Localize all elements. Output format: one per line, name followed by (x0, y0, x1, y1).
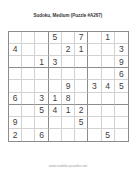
cell-r4c7 (88, 68, 101, 80)
cell-r9c6 (75, 129, 88, 141)
cell-r3c5 (62, 56, 75, 68)
cell-r1c8: 1 (102, 32, 115, 44)
cell-r9c8: 5 (102, 129, 115, 141)
cell-r7c8 (102, 105, 115, 117)
cell-r1c1 (9, 32, 22, 44)
cell-r6c6 (75, 93, 88, 105)
cell-r2c1: 4 (9, 44, 22, 56)
cell-r3c8 (102, 56, 115, 68)
cell-r4c9: 6 (115, 68, 128, 80)
cell-r5c6 (75, 80, 88, 92)
cell-r5c2 (22, 80, 35, 92)
cell-r2c8 (102, 44, 115, 56)
cell-r6c4: 1 (49, 93, 62, 105)
cell-r6c9 (115, 93, 128, 105)
cell-r9c3: 6 (35, 129, 48, 141)
cell-r1c5 (62, 32, 75, 44)
cell-r7c4: 4 (49, 105, 62, 117)
cell-r5c7: 3 (88, 80, 101, 92)
cell-r3c7 (88, 56, 101, 68)
cell-r2c9: 3 (115, 44, 128, 56)
cell-r1c2 (22, 32, 35, 44)
footer-url: www.sudoku-puzzles.net (0, 164, 136, 168)
cell-r3c6 (75, 56, 88, 68)
cell-r7c5: 1 (62, 105, 75, 117)
cell-r4c5 (62, 68, 75, 80)
cell-r6c8 (102, 93, 115, 105)
cell-r3c9: 9 (115, 56, 128, 68)
cell-r1c9 (115, 32, 128, 44)
cell-r4c3 (35, 68, 48, 80)
cell-r8c5 (62, 117, 75, 129)
cell-r7c9 (115, 105, 128, 117)
cell-r7c7 (88, 105, 101, 117)
cell-r8c2 (22, 117, 35, 129)
cell-r2c2 (22, 44, 35, 56)
cell-r7c6: 2 (75, 105, 88, 117)
cell-r1c4: 5 (49, 32, 62, 44)
cell-r8c6: 5 (75, 117, 88, 129)
cell-r2c5: 2 (62, 44, 75, 56)
cell-r9c4 (49, 129, 62, 141)
cell-r6c2 (22, 93, 35, 105)
cell-r5c5: 9 (62, 80, 75, 92)
cell-r3c4: 3 (49, 56, 62, 68)
cell-r1c6: 7 (75, 32, 88, 44)
cell-r1c3 (35, 32, 48, 44)
cell-r4c1 (9, 68, 22, 80)
cell-r6c7 (88, 93, 101, 105)
cell-r4c4 (49, 68, 62, 80)
cell-r8c7 (88, 117, 101, 129)
cell-r7c1 (9, 105, 22, 117)
cell-r5c3 (35, 80, 48, 92)
sudoku-board: 5714213139693456318541295265 (8, 31, 129, 142)
cell-r6c1: 6 (9, 93, 22, 105)
cell-r2c3 (35, 44, 48, 56)
cell-r4c8 (102, 68, 115, 80)
cell-r9c7 (88, 129, 101, 141)
cell-r1c7 (88, 32, 101, 44)
cell-r8c9 (115, 117, 128, 129)
page-title: Sudoku, Medium (Puzzle #A267) (0, 13, 136, 18)
cell-r9c5 (62, 129, 75, 141)
cell-r5c8: 4 (102, 80, 115, 92)
cell-r7c2 (22, 105, 35, 117)
cell-r3c3: 1 (35, 56, 48, 68)
cell-r5c1 (9, 80, 22, 92)
cell-r8c4 (49, 117, 62, 129)
cell-r8c1: 9 (9, 117, 22, 129)
cell-r2c6: 1 (75, 44, 88, 56)
cell-r4c2 (22, 68, 35, 80)
cell-r8c8 (102, 117, 115, 129)
cell-r3c2 (22, 56, 35, 68)
cell-r2c7 (88, 44, 101, 56)
cell-r2c4 (49, 44, 62, 56)
cell-r5c4 (49, 80, 62, 92)
cell-r6c3: 3 (35, 93, 48, 105)
cell-r5c9: 5 (115, 80, 128, 92)
cell-r3c1 (9, 56, 22, 68)
cell-r4c6 (75, 68, 88, 80)
cell-r9c9 (115, 129, 128, 141)
cell-r9c2 (22, 129, 35, 141)
sudoku-sheet: Sudoku, Medium (Puzzle #A267) 5714213139… (0, 0, 136, 176)
cell-r9c1: 2 (9, 129, 22, 141)
cell-r6c5: 8 (62, 93, 75, 105)
cell-r7c3: 5 (35, 105, 48, 117)
cell-r8c3 (35, 117, 48, 129)
